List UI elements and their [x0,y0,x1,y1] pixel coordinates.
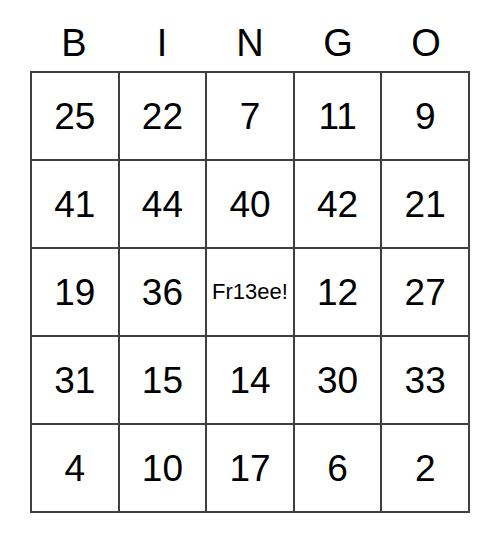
bingo-cell-r1c1[interactable]: 44 [119,160,207,248]
bingo-cell-r3c4[interactable]: 33 [381,336,469,424]
bingo-cell-r4c4[interactable]: 2 [381,424,469,512]
bingo-cell-r1c4[interactable]: 21 [381,160,469,248]
bingo-cell-r2c1[interactable]: 36 [119,248,207,336]
bingo-cell-r4c0[interactable]: 4 [31,424,119,512]
bingo-card: BINGO 2522711941444042211936Fr13ee!12273… [0,0,500,544]
bingo-cell-r2c3[interactable]: 12 [294,248,382,336]
bingo-cell-r4c3[interactable]: 6 [294,424,382,512]
bingo-board: 2522711941444042211936Fr13ee!12273115143… [30,71,470,513]
bingo-cell-r2c2[interactable]: Fr13ee! [206,248,294,336]
bingo-cell-r0c4[interactable]: 9 [381,72,469,160]
bingo-header-row: BINGO [30,18,470,68]
bingo-cell-r0c0[interactable]: 25 [31,72,119,160]
bingo-cell-r2c4[interactable]: 27 [381,248,469,336]
bingo-header-letter-b: B [30,18,118,68]
bingo-cell-r0c1[interactable]: 22 [119,72,207,160]
bingo-cell-r3c3[interactable]: 30 [294,336,382,424]
bingo-cell-r4c1[interactable]: 10 [119,424,207,512]
bingo-header-letter-o: O [382,18,470,68]
bingo-header-letter-g: G [294,18,382,68]
bingo-cell-r1c0[interactable]: 41 [31,160,119,248]
bingo-cell-r3c2[interactable]: 14 [206,336,294,424]
bingo-cell-r3c0[interactable]: 31 [31,336,119,424]
bingo-header-letter-n: N [206,18,294,68]
bingo-cell-r2c0[interactable]: 19 [31,248,119,336]
bingo-cell-r3c1[interactable]: 15 [119,336,207,424]
bingo-cell-r0c2[interactable]: 7 [206,72,294,160]
bingo-cell-r0c3[interactable]: 11 [294,72,382,160]
bingo-cell-r1c3[interactable]: 42 [294,160,382,248]
bingo-cell-r4c2[interactable]: 17 [206,424,294,512]
bingo-cell-r1c2[interactable]: 40 [206,160,294,248]
bingo-header-letter-i: I [118,18,206,68]
